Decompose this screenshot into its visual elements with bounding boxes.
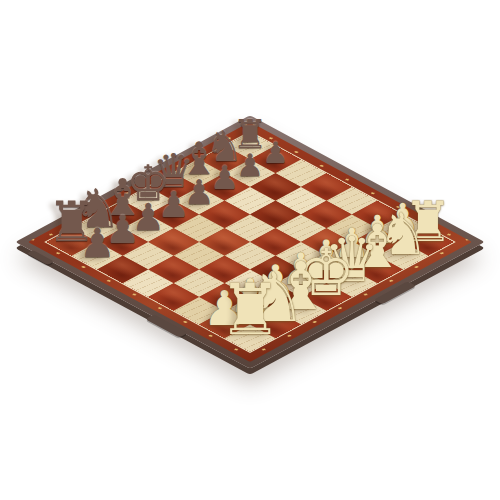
piece-white-rook: ♜ xyxy=(210,275,290,346)
board-frame: ♜♟♟♜♞♟♟♞♝♟♟♝♛♟♟♛♚♟♟♚♝♟♟♝♞♟♟♞♜♟♟♜ xyxy=(28,122,472,362)
product-photo-canvas: ♜♟♟♜♞♟♟♞♝♟♟♝♛♟♟♛♚♟♟♚♝♟♟♝♞♟♟♞♜♟♟♜ xyxy=(0,0,500,500)
chess-board: ♜♟♟♜♞♟♟♞♝♟♟♝♛♟♟♛♚♟♟♚♝♟♟♝♞♟♟♞♜♟♟♜ xyxy=(46,132,453,352)
square-h1: ♜ xyxy=(225,324,276,351)
board-rim: ♜♟♟♜♞♟♟♞♝♟♟♝♛♟♟♛♚♟♟♚♝♟♟♝♞♟♟♞♜♟♟♜ xyxy=(15,115,485,369)
chess-board-3d: ♜♟♟♜♞♟♟♞♝♟♟♝♛♟♟♛♚♟♟♚♝♟♟♝♞♟♟♞♜♟♟♜ xyxy=(15,115,485,369)
